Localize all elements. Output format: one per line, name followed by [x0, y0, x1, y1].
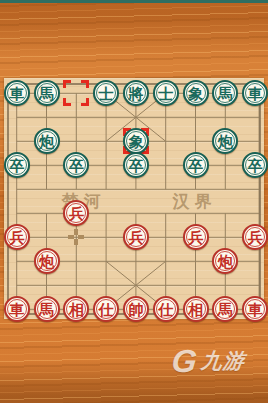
- piece-black-cannon-b2[interactable]: 炮: [34, 128, 60, 154]
- piece-black-horse-h0[interactable]: 馬: [212, 80, 238, 106]
- piece-black-elephant-g0[interactable]: 象: [183, 80, 209, 106]
- piece-red-soldier-i6[interactable]: 兵: [242, 224, 268, 250]
- piece-red-horse-b9[interactable]: 馬: [34, 296, 60, 322]
- app-screen: 楚河 汉界 車馬士將士象馬車炮象炮卒卒卒卒卒兵兵兵兵兵炮炮車馬相仕帥仕相馬車 G…: [0, 0, 268, 403]
- piece-black-cannon-h2[interactable]: 炮: [212, 128, 238, 154]
- piece-black-soldier-g3[interactable]: 卒: [183, 152, 209, 178]
- piece-black-advisor-d0[interactable]: 士: [93, 80, 119, 106]
- piece-red-soldier-g6[interactable]: 兵: [183, 224, 209, 250]
- piece-red-cannon-h7[interactable]: 炮: [212, 248, 238, 274]
- piece-red-chariot-i9[interactable]: 車: [242, 296, 268, 322]
- piece-black-soldier-e3[interactable]: 卒: [123, 152, 149, 178]
- piece-black-chariot-a0[interactable]: 車: [4, 80, 30, 106]
- pieces-layer: 車馬士將士象馬車炮象炮卒卒卒卒卒兵兵兵兵兵炮炮車馬相仕帥仕相馬車: [4, 78, 264, 319]
- piece-red-general-e9[interactable]: 帥: [123, 296, 149, 322]
- piece-red-cannon-b7[interactable]: 炮: [34, 248, 60, 274]
- piece-red-soldier-e6[interactable]: 兵: [123, 224, 149, 250]
- brand-g-icon: G: [170, 345, 198, 377]
- piece-red-soldier-a6[interactable]: 兵: [4, 224, 30, 250]
- piece-black-elephant-e2[interactable]: 象: [123, 128, 149, 154]
- piece-red-advisor-d9[interactable]: 仕: [93, 296, 119, 322]
- piece-red-horse-h9[interactable]: 馬: [212, 296, 238, 322]
- piece-black-advisor-f0[interactable]: 士: [153, 80, 179, 106]
- piece-black-chariot-i0[interactable]: 車: [242, 80, 268, 106]
- piece-black-general-e0[interactable]: 將: [123, 80, 149, 106]
- piece-black-soldier-c3[interactable]: 卒: [63, 152, 89, 178]
- piece-black-soldier-a3[interactable]: 卒: [4, 152, 30, 178]
- piece-black-horse-b0[interactable]: 馬: [34, 80, 60, 106]
- piece-red-elephant-c9[interactable]: 相: [63, 296, 89, 322]
- xiangqi-board[interactable]: 楚河 汉界 車馬士將士象馬車炮象炮卒卒卒卒卒兵兵兵兵兵炮炮車馬相仕帥仕相馬車: [4, 78, 264, 319]
- piece-black-soldier-i3[interactable]: 卒: [242, 152, 268, 178]
- status-bar-strip: [0, 0, 268, 3]
- piece-red-soldier-c5[interactable]: 兵: [63, 200, 89, 226]
- brand-text: 九游: [199, 347, 246, 375]
- piece-red-chariot-a9[interactable]: 車: [4, 296, 30, 322]
- piece-red-elephant-g9[interactable]: 相: [183, 296, 209, 322]
- piece-red-advisor-f9[interactable]: 仕: [153, 296, 179, 322]
- watermark-logo: G 九游: [170, 345, 246, 377]
